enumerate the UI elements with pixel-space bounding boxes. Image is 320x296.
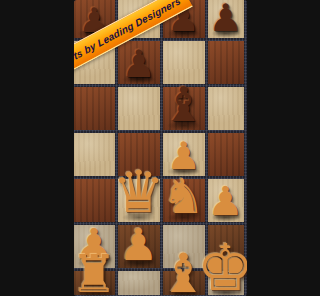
board-square[interactable] — [208, 41, 244, 84]
black-pawn-piece[interactable]: ♟ — [208, 0, 242, 37]
white-rook-piece[interactable]: ♜ — [74, 248, 118, 296]
board-square[interactable] — [118, 87, 160, 130]
white-pawn-piece[interactable]: ♟ — [119, 223, 158, 267]
chess-app-screenshot: ♟♟♟♟♝♟♛♞♟♟♟♜♝♚ Sets by Leading Designers — [74, 0, 247, 296]
board-square[interactable] — [208, 87, 244, 130]
white-knight-piece[interactable]: ♞ — [162, 173, 205, 221]
board-square[interactable] — [74, 179, 115, 222]
board-square[interactable] — [208, 133, 244, 176]
white-king-piece[interactable]: ♚ — [197, 236, 247, 296]
board-square[interactable]: ♟ — [208, 0, 244, 38]
board-square[interactable]: ♟ — [118, 41, 160, 84]
black-pawn-piece[interactable]: ♟ — [121, 45, 155, 83]
board-square[interactable] — [74, 87, 115, 130]
board-square[interactable]: ♟ — [118, 225, 160, 268]
white-pawn-piece[interactable]: ♟ — [208, 181, 244, 221]
board-square[interactable]: ♝ — [163, 87, 205, 130]
board-square[interactable]: ♛ — [118, 179, 160, 222]
board-square[interactable] — [118, 271, 160, 295]
board-square[interactable]: ♟ — [208, 179, 244, 222]
board-square[interactable] — [74, 133, 115, 176]
board-square[interactable]: ♞ — [163, 179, 205, 222]
white-queen-piece[interactable]: ♛ — [113, 163, 165, 221]
board-square[interactable]: ♜ — [74, 271, 115, 295]
black-bishop-piece[interactable]: ♝ — [162, 81, 205, 129]
board-square[interactable]: ♚ — [208, 271, 244, 295]
